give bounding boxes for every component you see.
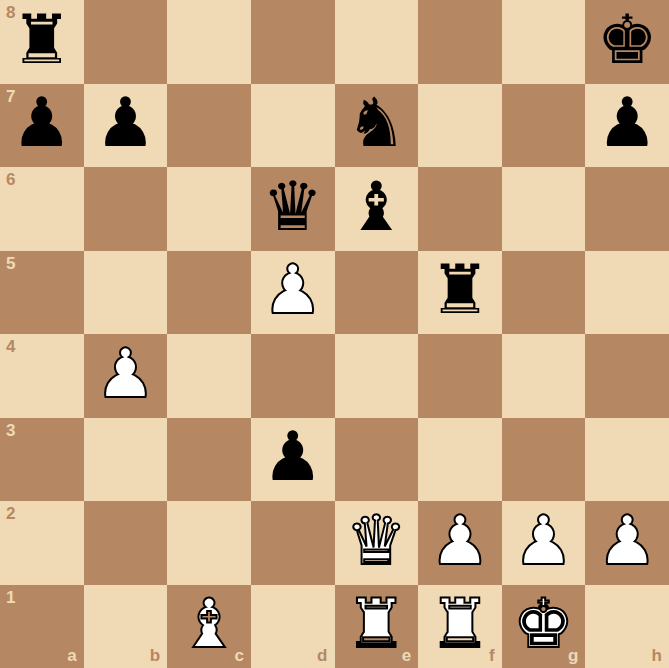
square-d6[interactable]: ♛: [251, 167, 335, 251]
square-f5[interactable]: ♜: [418, 251, 502, 335]
square-g4[interactable]: [502, 334, 586, 418]
square-f7[interactable]: [418, 84, 502, 168]
piece-black-rook[interactable]: ♜: [11, 6, 72, 74]
square-f4[interactable]: [418, 334, 502, 418]
chess-board: 8♜♚7♟♟♞♟6♛♝5♟♜4♟3♟2♛♟♟♟1abc♝de♜f♜g♚h: [0, 0, 669, 668]
square-e2[interactable]: ♛: [335, 501, 419, 585]
file-label-b: b: [150, 647, 160, 664]
square-c7[interactable]: [167, 84, 251, 168]
square-d5[interactable]: ♟: [251, 251, 335, 335]
square-c3[interactable]: [167, 418, 251, 502]
rank-label-6: 6: [6, 171, 15, 188]
square-e1[interactable]: e♜: [335, 585, 419, 668]
rank-label-5: 5: [6, 255, 15, 272]
square-h2[interactable]: ♟: [585, 501, 669, 585]
square-f2[interactable]: ♟: [418, 501, 502, 585]
square-b8[interactable]: [84, 0, 168, 84]
piece-white-pawn[interactable]: ♟: [95, 340, 156, 408]
file-label-d: d: [317, 647, 327, 664]
square-c1[interactable]: c♝: [167, 585, 251, 668]
square-c8[interactable]: [167, 0, 251, 84]
piece-black-rook[interactable]: ♜: [429, 256, 490, 324]
square-c5[interactable]: [167, 251, 251, 335]
square-g5[interactable]: [502, 251, 586, 335]
square-a8[interactable]: 8♜: [0, 0, 84, 84]
file-label-h: h: [652, 647, 662, 664]
piece-white-bishop[interactable]: ♝: [179, 590, 240, 658]
square-a4[interactable]: 4: [0, 334, 84, 418]
rank-label-3: 3: [6, 422, 15, 439]
square-d8[interactable]: [251, 0, 335, 84]
rank-label-2: 2: [6, 505, 15, 522]
square-e8[interactable]: [335, 0, 419, 84]
square-h8[interactable]: ♚: [585, 0, 669, 84]
piece-black-knight[interactable]: ♞: [346, 89, 407, 157]
piece-white-pawn[interactable]: ♟: [513, 507, 574, 575]
piece-white-pawn[interactable]: ♟: [597, 507, 658, 575]
file-label-a: a: [67, 647, 76, 664]
piece-white-pawn[interactable]: ♟: [262, 256, 323, 324]
square-a3[interactable]: 3: [0, 418, 84, 502]
square-h5[interactable]: [585, 251, 669, 335]
rank-label-4: 4: [6, 338, 15, 355]
square-d1[interactable]: d: [251, 585, 335, 668]
piece-white-rook[interactable]: ♜: [346, 590, 407, 658]
square-c2[interactable]: [167, 501, 251, 585]
piece-white-rook[interactable]: ♜: [429, 590, 490, 658]
square-b7[interactable]: ♟: [84, 84, 168, 168]
piece-white-king[interactable]: ♚: [513, 590, 574, 658]
piece-white-queen[interactable]: ♛: [346, 507, 407, 575]
square-h7[interactable]: ♟: [585, 84, 669, 168]
piece-black-bishop[interactable]: ♝: [346, 173, 407, 241]
chess-board-wrapper: 8♜♚7♟♟♞♟6♛♝5♟♜4♟3♟2♛♟♟♟1abc♝de♜f♜g♚h: [0, 0, 669, 668]
square-b1[interactable]: b: [84, 585, 168, 668]
square-b2[interactable]: [84, 501, 168, 585]
piece-black-pawn[interactable]: ♟: [262, 423, 323, 491]
square-f6[interactable]: [418, 167, 502, 251]
square-h1[interactable]: h: [585, 585, 669, 668]
piece-black-pawn[interactable]: ♟: [95, 89, 156, 157]
square-h3[interactable]: [585, 418, 669, 502]
piece-black-queen[interactable]: ♛: [262, 173, 323, 241]
piece-black-king[interactable]: ♚: [597, 6, 658, 74]
square-b4[interactable]: ♟: [84, 334, 168, 418]
piece-white-pawn[interactable]: ♟: [429, 507, 490, 575]
square-c6[interactable]: [167, 167, 251, 251]
square-e3[interactable]: [335, 418, 419, 502]
square-a6[interactable]: 6: [0, 167, 84, 251]
square-e5[interactable]: [335, 251, 419, 335]
square-b5[interactable]: [84, 251, 168, 335]
square-g8[interactable]: [502, 0, 586, 84]
square-b3[interactable]: [84, 418, 168, 502]
square-h6[interactable]: [585, 167, 669, 251]
square-e4[interactable]: [335, 334, 419, 418]
square-d7[interactable]: [251, 84, 335, 168]
square-a2[interactable]: 2: [0, 501, 84, 585]
square-g7[interactable]: [502, 84, 586, 168]
square-g2[interactable]: ♟: [502, 501, 586, 585]
square-d3[interactable]: ♟: [251, 418, 335, 502]
square-a5[interactable]: 5: [0, 251, 84, 335]
square-d4[interactable]: [251, 334, 335, 418]
square-e7[interactable]: ♞: [335, 84, 419, 168]
rank-label-1: 1: [6, 589, 15, 606]
square-f3[interactable]: [418, 418, 502, 502]
piece-black-pawn[interactable]: ♟: [11, 89, 72, 157]
square-g1[interactable]: g♚: [502, 585, 586, 668]
square-a1[interactable]: 1a: [0, 585, 84, 668]
square-g6[interactable]: [502, 167, 586, 251]
square-e6[interactable]: ♝: [335, 167, 419, 251]
square-f8[interactable]: [418, 0, 502, 84]
square-f1[interactable]: f♜: [418, 585, 502, 668]
square-h4[interactable]: [585, 334, 669, 418]
square-c4[interactable]: [167, 334, 251, 418]
square-a7[interactable]: 7♟: [0, 84, 84, 168]
square-b6[interactable]: [84, 167, 168, 251]
square-g3[interactable]: [502, 418, 586, 502]
piece-black-pawn[interactable]: ♟: [597, 89, 658, 157]
square-d2[interactable]: [251, 501, 335, 585]
